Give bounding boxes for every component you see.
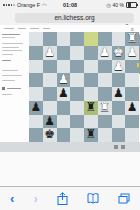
square-d6[interactable] — [70, 60, 84, 74]
white-pawn-c5: ♟ — [57, 73, 71, 87]
iphone-screen: Orange F ◠ 01:08 ◷ 40 % en.lichess.org ↻… — [0, 0, 140, 210]
chess-board[interactable]: ♜♟♟♚♟♟♟♟♟♟♜♜♟♟♚♜ — [29, 32, 139, 142]
square-a8[interactable] — [29, 32, 43, 46]
square-f4[interactable] — [98, 87, 112, 101]
square-e2[interactable] — [84, 115, 98, 129]
white-pawn-g6: ♟ — [112, 60, 126, 74]
square-g3[interactable] — [112, 101, 126, 115]
black-rook-e3: ♜ — [84, 101, 98, 115]
menu-icon[interactable]: ≡ — [131, 27, 134, 32]
black-pawn-b2: ♟ — [43, 115, 57, 129]
white-rook-f3: ♜ — [98, 101, 112, 115]
square-c4[interactable]: ♟ — [57, 87, 71, 101]
square-e7[interactable] — [84, 46, 98, 60]
square-e4[interactable] — [84, 87, 98, 101]
square-f6[interactable] — [98, 60, 112, 74]
square-h1[interactable] — [125, 128, 139, 142]
black-king-b1: ♚ — [43, 128, 57, 142]
game-info-sidebar — [0, 32, 29, 152]
square-a3[interactable]: ♟ — [29, 101, 43, 115]
square-f7[interactable]: ♟ — [98, 46, 112, 60]
square-d4[interactable] — [70, 87, 84, 101]
square-h3[interactable]: ♟ — [125, 101, 139, 115]
square-b1[interactable]: ♚ — [43, 128, 57, 142]
replay-control-icon[interactable] — [121, 145, 125, 149]
square-d2[interactable] — [70, 115, 84, 129]
scrollbar[interactable] — [139, 34, 140, 74]
replay-control-icon[interactable] — [114, 145, 118, 149]
square-h4[interactable] — [125, 87, 139, 101]
share-icon[interactable] — [57, 192, 68, 205]
square-c3[interactable] — [57, 101, 71, 115]
square-e8[interactable] — [84, 32, 98, 46]
white-pawn-b7: ♟ — [43, 46, 57, 60]
black-pawn-h3: ♟ — [125, 101, 139, 115]
square-f1[interactable] — [98, 128, 112, 142]
under-board-bar — [0, 142, 140, 152]
square-a6[interactable] — [29, 60, 43, 74]
square-h7[interactable]: ♟ — [125, 46, 139, 60]
square-b5[interactable] — [43, 73, 57, 87]
address-field[interactable]: en.lichess.org — [15, 13, 134, 23]
square-d8[interactable] — [70, 32, 84, 46]
square-c7[interactable] — [57, 46, 71, 60]
square-a7[interactable] — [29, 46, 43, 60]
bookmarks-icon[interactable] — [87, 193, 99, 204]
square-g1[interactable] — [112, 128, 126, 142]
square-g7[interactable]: ♚ — [112, 46, 126, 60]
tabs-icon[interactable] — [118, 193, 130, 204]
black-pawn-a3: ♟ — [29, 101, 43, 115]
square-d7[interactable] — [70, 46, 84, 60]
square-b3[interactable] — [43, 101, 57, 115]
black-rook-e1: ♜ — [84, 128, 98, 142]
square-a1[interactable] — [29, 128, 43, 142]
square-a2[interactable] — [29, 115, 43, 129]
square-c6[interactable] — [57, 60, 71, 74]
square-a4[interactable] — [29, 87, 43, 101]
square-d5[interactable] — [70, 73, 84, 87]
square-f8[interactable] — [98, 32, 112, 46]
battery-percent-label: 40 % — [113, 2, 124, 8]
black-pawn-c4: ♟ — [57, 87, 71, 101]
black-pawn-g4: ♟ — [112, 87, 126, 101]
back-icon[interactable]: ‹ — [10, 192, 14, 205]
square-a5[interactable] — [29, 73, 43, 87]
url-text: en.lichess.org — [54, 14, 94, 21]
safari-toolbar: ‹ › — [0, 186, 140, 210]
square-c8[interactable] — [57, 32, 71, 46]
square-g8[interactable] — [112, 32, 126, 46]
white-king-g7: ♚ — [112, 46, 126, 60]
square-b6[interactable] — [43, 60, 57, 74]
square-f3[interactable]: ♜ — [98, 101, 112, 115]
forward-icon[interactable]: › — [33, 192, 37, 205]
square-b2[interactable]: ♟ — [43, 115, 57, 129]
page-background — [0, 152, 140, 186]
square-c2[interactable] — [57, 115, 71, 129]
square-c1[interactable] — [57, 128, 71, 142]
square-d3[interactable] — [70, 101, 84, 115]
white-pawn-f7: ♟ — [98, 46, 112, 60]
square-c5[interactable]: ♟ — [57, 73, 71, 87]
move-list-marker — [2, 87, 5, 90]
square-g6[interactable]: ♟ — [112, 60, 126, 74]
white-pawn-h7: ♟ — [125, 46, 139, 60]
square-h8[interactable]: ♜ — [125, 32, 139, 46]
white-rook-h8: ♜ — [125, 32, 139, 46]
square-e6[interactable] — [84, 60, 98, 74]
status-bar: Orange F ◠ 01:08 ◷ 40 % — [0, 0, 140, 10]
square-b8[interactable] — [43, 32, 57, 46]
square-b4[interactable] — [43, 87, 57, 101]
square-e3[interactable]: ♜ — [84, 101, 98, 115]
square-e1[interactable]: ♜ — [84, 128, 98, 142]
square-d1[interactable] — [70, 128, 84, 142]
square-g5[interactable] — [112, 73, 126, 87]
square-b7[interactable]: ♟ — [43, 46, 57, 60]
square-e5[interactable] — [84, 73, 98, 87]
safari-url-bar: en.lichess.org ↻ — [0, 10, 140, 26]
square-g2[interactable] — [112, 115, 126, 129]
square-h5[interactable] — [125, 73, 139, 87]
alarm-icon: ◷ — [106, 2, 110, 8]
square-h2[interactable] — [125, 115, 139, 129]
square-f2[interactable] — [98, 115, 112, 129]
square-g4[interactable]: ♟ — [112, 87, 126, 101]
battery-icon — [126, 2, 137, 9]
square-f5[interactable] — [98, 73, 112, 87]
